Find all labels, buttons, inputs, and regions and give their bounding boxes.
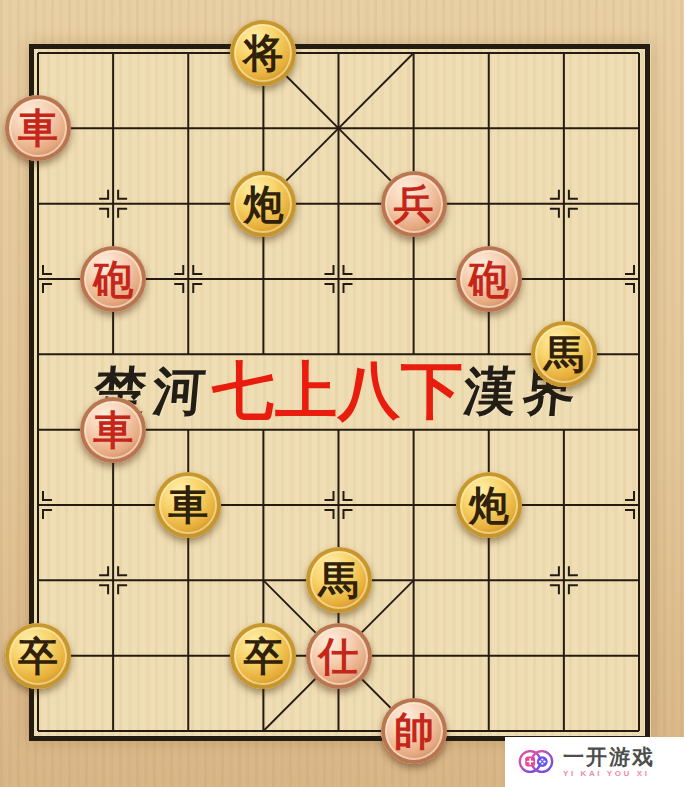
piece-black-炮[interactable]: 炮 [230, 171, 296, 237]
xiangqi-board-page: 楚河 漢界 七上八下 将車炮兵砲砲馬車車炮馬卒卒仕帥 一开游戏 YI KAI Y… [0, 0, 684, 787]
brain-gamepad-icon [518, 744, 554, 780]
piece-black-車[interactable]: 車 [155, 472, 221, 538]
piece-black-将[interactable]: 将 [230, 20, 296, 86]
logo-subtitle: YI KAI YOU XI [563, 770, 655, 778]
piece-red-帥[interactable]: 帥 [381, 698, 447, 764]
logo-badge: 一开游戏 YI KAI YOU XI [505, 737, 684, 787]
piece-red-車[interactable]: 車 [5, 95, 71, 161]
logo-text: 一开游戏 YI KAI YOU XI [563, 746, 655, 778]
piece-black-炮[interactable]: 炮 [456, 472, 522, 538]
piece-black-馬[interactable]: 馬 [531, 321, 597, 387]
pieces-layer: 将車炮兵砲砲馬車車炮馬卒卒仕帥 [0, 0, 684, 787]
piece-black-卒[interactable]: 卒 [5, 623, 71, 689]
piece-red-兵[interactable]: 兵 [381, 171, 447, 237]
logo-title: 一开游戏 [563, 746, 655, 767]
piece-red-車[interactable]: 車 [80, 397, 146, 463]
piece-red-砲[interactable]: 砲 [80, 246, 146, 312]
piece-red-砲[interactable]: 砲 [456, 246, 522, 312]
piece-black-馬[interactable]: 馬 [306, 547, 372, 613]
piece-black-卒[interactable]: 卒 [230, 623, 296, 689]
piece-red-仕[interactable]: 仕 [306, 623, 372, 689]
